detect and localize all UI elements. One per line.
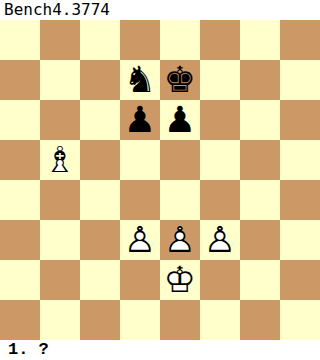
square-g2[interactable] [240, 260, 280, 300]
square-d5[interactable] [120, 140, 160, 180]
piece-white-pawn[interactable]: ♙ [160, 220, 200, 260]
square-f3[interactable]: ♟♙ [200, 220, 240, 260]
square-e2[interactable]: ♚♔ [160, 260, 200, 300]
square-e7[interactable]: ♚ [160, 60, 200, 100]
square-g5[interactable] [240, 140, 280, 180]
square-d3[interactable]: ♟♙ [120, 220, 160, 260]
square-d2[interactable] [120, 260, 160, 300]
chess-board[interactable]: ♞♚♟♟♝♗♟♙♟♙♟♙♚♔ [0, 20, 320, 340]
square-h2[interactable] [280, 260, 320, 300]
square-h4[interactable] [280, 180, 320, 220]
piece-white-pawn[interactable]: ♙ [120, 220, 160, 260]
square-g4[interactable] [240, 180, 280, 220]
square-h8[interactable] [280, 20, 320, 60]
square-f4[interactable] [200, 180, 240, 220]
square-e6[interactable]: ♟ [160, 100, 200, 140]
window-title: Bench4.3774 [0, 0, 320, 20]
square-h1[interactable] [280, 300, 320, 340]
square-b3[interactable] [40, 220, 80, 260]
square-f1[interactable] [200, 300, 240, 340]
square-d4[interactable] [120, 180, 160, 220]
square-e8[interactable] [160, 20, 200, 60]
square-g3[interactable] [240, 220, 280, 260]
square-c5[interactable] [80, 140, 120, 180]
square-f6[interactable] [200, 100, 240, 140]
square-h3[interactable] [280, 220, 320, 260]
square-c6[interactable] [80, 100, 120, 140]
square-a3[interactable] [0, 220, 40, 260]
square-a5[interactable] [0, 140, 40, 180]
square-b2[interactable] [40, 260, 80, 300]
square-g1[interactable] [240, 300, 280, 340]
square-c3[interactable] [80, 220, 120, 260]
piece-white-pawn[interactable]: ♙ [200, 220, 240, 260]
square-d1[interactable] [120, 300, 160, 340]
piece-black-pawn[interactable]: ♟ [160, 100, 200, 140]
square-f7[interactable] [200, 60, 240, 100]
square-b1[interactable] [40, 300, 80, 340]
square-c2[interactable] [80, 260, 120, 300]
square-g7[interactable] [240, 60, 280, 100]
square-h5[interactable] [280, 140, 320, 180]
square-g6[interactable] [240, 100, 280, 140]
piece-white-king[interactable]: ♔ [160, 260, 200, 300]
square-a7[interactable] [0, 60, 40, 100]
square-d7[interactable]: ♞ [120, 60, 160, 100]
piece-black-king[interactable]: ♚ [160, 60, 200, 100]
square-g8[interactable] [240, 20, 280, 60]
move-prompt: 1. ? [0, 340, 320, 360]
square-c8[interactable] [80, 20, 120, 60]
piece-white-bishop[interactable]: ♗ [40, 140, 80, 180]
square-h6[interactable] [280, 100, 320, 140]
piece-black-pawn[interactable]: ♟ [120, 100, 160, 140]
square-b4[interactable] [40, 180, 80, 220]
square-b5[interactable]: ♝♗ [40, 140, 80, 180]
square-c4[interactable] [80, 180, 120, 220]
square-e3[interactable]: ♟♙ [160, 220, 200, 260]
square-f8[interactable] [200, 20, 240, 60]
square-e5[interactable] [160, 140, 200, 180]
square-d8[interactable] [120, 20, 160, 60]
square-f2[interactable] [200, 260, 240, 300]
square-a8[interactable] [0, 20, 40, 60]
square-h7[interactable] [280, 60, 320, 100]
square-e1[interactable] [160, 300, 200, 340]
square-d6[interactable]: ♟ [120, 100, 160, 140]
piece-black-knight[interactable]: ♞ [120, 60, 160, 100]
square-c1[interactable] [80, 300, 120, 340]
square-a6[interactable] [0, 100, 40, 140]
square-b7[interactable] [40, 60, 80, 100]
square-b6[interactable] [40, 100, 80, 140]
square-f5[interactable] [200, 140, 240, 180]
square-b8[interactable] [40, 20, 80, 60]
square-a2[interactable] [0, 260, 40, 300]
square-e4[interactable] [160, 180, 200, 220]
square-a1[interactable] [0, 300, 40, 340]
square-c7[interactable] [80, 60, 120, 100]
square-a4[interactable] [0, 180, 40, 220]
